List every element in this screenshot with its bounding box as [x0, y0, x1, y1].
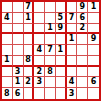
sudoku-cell[interactable]: 3	[67, 88, 78, 99]
sudoku-cell[interactable]	[67, 24, 78, 35]
sudoku-cell[interactable]: 1	[88, 2, 99, 13]
sudoku-cell[interactable]	[77, 56, 88, 67]
sudoku-cell[interactable]	[13, 2, 24, 13]
sudoku-cell[interactable]: 7	[45, 45, 56, 56]
sudoku-cell[interactable]	[67, 2, 78, 13]
sudoku-cell[interactable]: 1	[67, 34, 78, 45]
sudoku-cell[interactable]	[45, 34, 56, 45]
sudoku-cell[interactable]	[34, 56, 45, 67]
sudoku-cell[interactable]	[56, 34, 67, 45]
sudoku-cell[interactable]	[24, 45, 35, 56]
sudoku-cell[interactable]	[77, 88, 88, 99]
sudoku-cell[interactable]	[24, 67, 35, 78]
sudoku-cell[interactable]	[67, 56, 78, 67]
sudoku-cell[interactable]	[88, 45, 99, 56]
sudoku-cell[interactable]	[2, 34, 13, 45]
sudoku-cell[interactable]	[2, 67, 13, 78]
sudoku-cell[interactable]	[67, 45, 78, 56]
sudoku-cell[interactable]	[45, 2, 56, 13]
sudoku-cell[interactable]: 9	[88, 34, 99, 45]
sudoku-cell[interactable]: 4	[67, 77, 78, 88]
sudoku-cell[interactable]	[34, 88, 45, 99]
sudoku-cell[interactable]	[34, 34, 45, 45]
sudoku-cell[interactable]: 1	[56, 45, 67, 56]
sudoku-cell[interactable]	[77, 67, 88, 78]
sudoku-cell[interactable]	[45, 13, 56, 24]
sudoku-board: 79141576192194711832812346863	[0, 0, 101, 101]
sudoku-cell[interactable]	[13, 13, 24, 24]
sudoku-cell[interactable]	[34, 24, 45, 35]
sudoku-cell[interactable]	[56, 67, 67, 78]
sudoku-cell[interactable]: 2	[24, 77, 35, 88]
sudoku-cell[interactable]: 1	[2, 56, 13, 67]
sudoku-cell[interactable]	[77, 34, 88, 45]
sudoku-cell[interactable]	[13, 45, 24, 56]
sudoku-cell[interactable]	[88, 13, 99, 24]
sudoku-cell[interactable]: 4	[2, 13, 13, 24]
sudoku-cell[interactable]: 6	[88, 77, 99, 88]
sudoku-cell[interactable]	[67, 67, 78, 78]
sudoku-cell[interactable]	[13, 34, 24, 45]
sudoku-cell[interactable]	[24, 24, 35, 35]
sudoku-cell[interactable]	[77, 77, 88, 88]
sudoku-cell[interactable]: 1	[45, 24, 56, 35]
sudoku-cell[interactable]: 6	[77, 13, 88, 24]
sudoku-cell[interactable]	[88, 24, 99, 35]
sudoku-cell[interactable]	[24, 88, 35, 99]
sudoku-cell[interactable]: 3	[13, 67, 24, 78]
sudoku-cell[interactable]: 7	[24, 2, 35, 13]
sudoku-cell[interactable]	[2, 2, 13, 13]
sudoku-cell[interactable]: 3	[34, 77, 45, 88]
sudoku-cell[interactable]: 8	[24, 56, 35, 67]
sudoku-cell[interactable]	[45, 77, 56, 88]
sudoku-cell[interactable]	[45, 56, 56, 67]
sudoku-cell[interactable]	[56, 77, 67, 88]
sudoku-cell[interactable]	[56, 88, 67, 99]
sudoku-cell[interactable]: 9	[77, 2, 88, 13]
sudoku-cell[interactable]	[88, 88, 99, 99]
sudoku-cell[interactable]: 8	[2, 88, 13, 99]
sudoku-cell[interactable]: 6	[13, 88, 24, 99]
sudoku-cell[interactable]	[88, 56, 99, 67]
sudoku-cell[interactable]: 2	[77, 24, 88, 35]
sudoku-cell[interactable]	[77, 45, 88, 56]
sudoku-cell[interactable]	[2, 77, 13, 88]
sudoku-cell[interactable]	[13, 24, 24, 35]
sudoku-cell[interactable]	[2, 24, 13, 35]
sudoku-cell[interactable]: 2	[34, 67, 45, 78]
sudoku-cell[interactable]	[34, 13, 45, 24]
sudoku-cell[interactable]	[34, 2, 45, 13]
sudoku-cell[interactable]	[2, 45, 13, 56]
sudoku-cell[interactable]: 7	[67, 13, 78, 24]
sudoku-cell[interactable]	[45, 88, 56, 99]
sudoku-cell[interactable]	[88, 67, 99, 78]
sudoku-cell[interactable]: 5	[56, 13, 67, 24]
sudoku-cell[interactable]	[13, 56, 24, 67]
sudoku-cell[interactable]: 1	[24, 13, 35, 24]
sudoku-cell[interactable]: 8	[45, 67, 56, 78]
sudoku-cell[interactable]	[24, 34, 35, 45]
sudoku-cell[interactable]: 1	[13, 77, 24, 88]
sudoku-cell[interactable]	[56, 56, 67, 67]
sudoku-cell[interactable]	[56, 2, 67, 13]
sudoku-cell[interactable]: 9	[56, 24, 67, 35]
sudoku-cell[interactable]: 4	[34, 45, 45, 56]
